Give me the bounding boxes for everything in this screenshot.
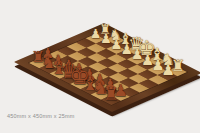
dimensions-caption: 450mm x 450mm x 25mm: [7, 113, 75, 119]
chess-board: [14, 23, 200, 112]
product-photo: ♜♟♞♟♝♟♛♟♚♟♟♝♜♟♟♞♞♟♟♜♝♟♟♛♟♚♟♝♟♞♟♜ 450mm x…: [0, 0, 200, 133]
